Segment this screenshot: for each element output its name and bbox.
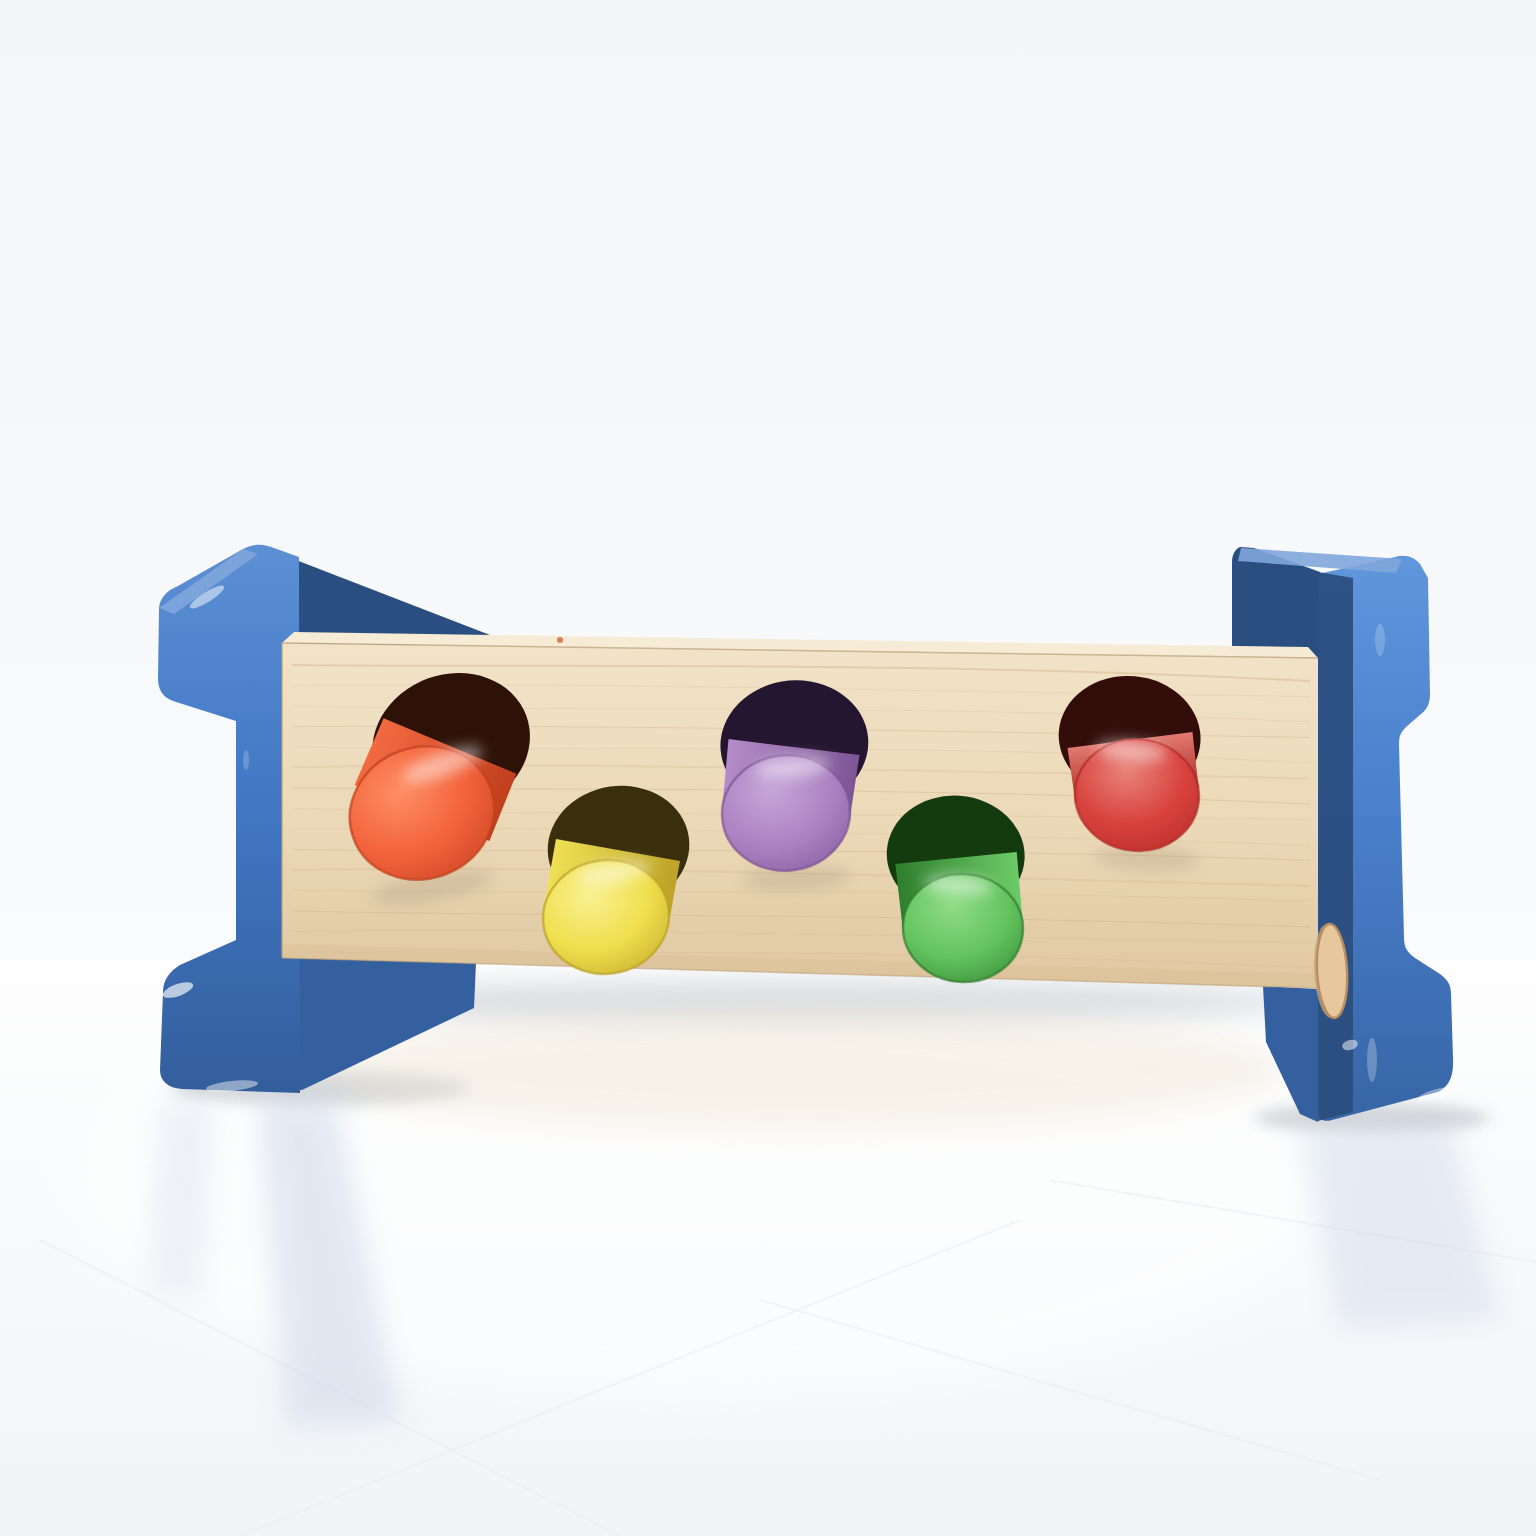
paint-gloss-highlight — [1375, 624, 1385, 656]
plank-reflection — [320, 1010, 1280, 1130]
paint-gloss-highlight — [243, 750, 249, 770]
paint-speck — [557, 637, 563, 643]
scene-svg — [0, 0, 1536, 1536]
paint-gloss-highlight — [1367, 1038, 1377, 1082]
paint-gloss-highlight — [208, 822, 212, 838]
right-support-inner-side-face — [1318, 572, 1353, 1121]
studio-photo-stage — [0, 0, 1536, 1536]
